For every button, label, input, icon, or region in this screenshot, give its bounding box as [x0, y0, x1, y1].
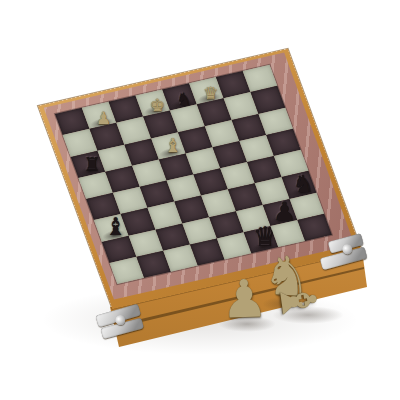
off-board-white-bishop[interactable]: ♝: [272, 276, 326, 325]
photo-scene: ♟♚♞♛♜♝♝♞♟♛ ♟ ♞ ♝: [0, 0, 400, 400]
